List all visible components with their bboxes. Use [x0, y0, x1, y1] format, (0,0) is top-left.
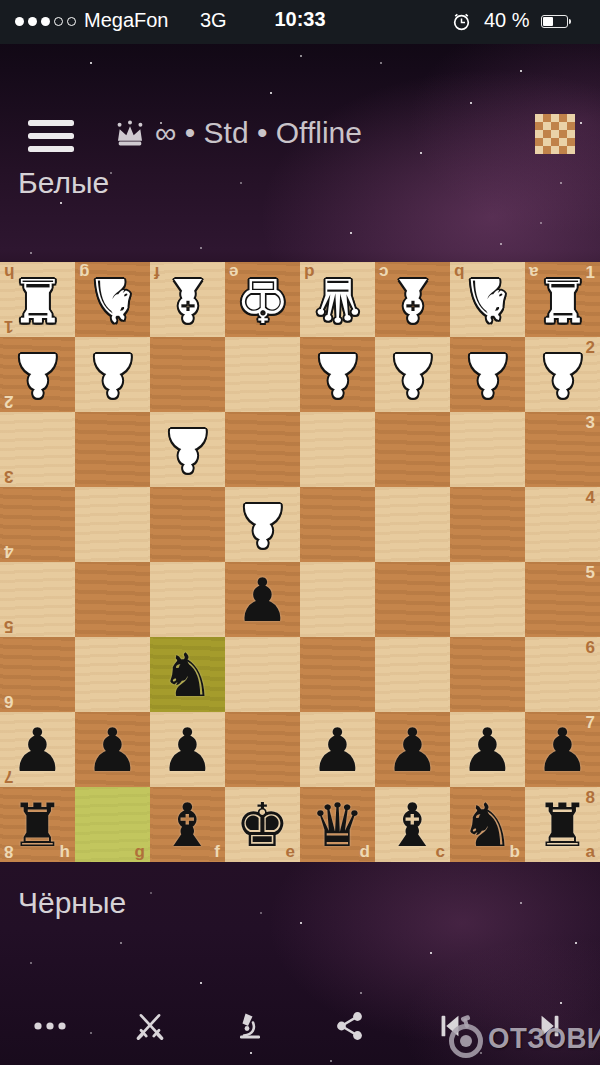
coord-label-h4: 4: [4, 543, 13, 560]
square-d8[interactable]: d♛: [300, 787, 375, 862]
square-f4[interactable]: [150, 487, 225, 562]
square-d6[interactable]: [300, 637, 375, 712]
piece-white-knight[interactable]: ♞: [461, 270, 515, 330]
square-h2[interactable]: 2♟: [0, 337, 75, 412]
square-c6[interactable]: [375, 637, 450, 712]
piece-black-pawn[interactable]: ♟: [536, 720, 590, 780]
square-f1[interactable]: f♝: [150, 262, 225, 337]
piece-white-bishop[interactable]: ♝: [161, 270, 215, 330]
square-g6[interactable]: [75, 637, 150, 712]
square-c5[interactable]: [375, 562, 450, 637]
square-b7[interactable]: ♟: [450, 712, 525, 787]
square-h4[interactable]: 4: [0, 487, 75, 562]
piece-black-rook[interactable]: ♜: [536, 795, 590, 855]
square-d4[interactable]: [300, 487, 375, 562]
square-b6[interactable]: [450, 637, 525, 712]
square-c8[interactable]: c♝: [375, 787, 450, 862]
square-h1[interactable]: h1♜: [0, 262, 75, 337]
square-d7[interactable]: ♟: [300, 712, 375, 787]
coord-label-h7: 7: [4, 768, 13, 785]
square-e4[interactable]: ♟: [225, 487, 300, 562]
coord-label-f8: f: [214, 843, 220, 860]
square-h3[interactable]: 3: [0, 412, 75, 487]
piece-white-pawn[interactable]: ♟: [161, 420, 215, 480]
square-c3[interactable]: [375, 412, 450, 487]
coord-label-h8: h: [60, 843, 70, 860]
coord-label-h8: 8: [4, 843, 13, 860]
square-e7[interactable]: [225, 712, 300, 787]
more-options-button[interactable]: [0, 996, 100, 1056]
piece-black-pawn[interactable]: ♟: [161, 720, 215, 780]
piece-black-bishop[interactable]: ♝: [386, 795, 440, 855]
coord-label-h5: 5: [4, 618, 13, 635]
coord-label-a7: 7: [586, 714, 595, 731]
coord-label-a8: 8: [586, 789, 595, 806]
share-button[interactable]: [300, 996, 400, 1056]
square-h8[interactable]: 8h♜: [0, 787, 75, 862]
square-f5[interactable]: [150, 562, 225, 637]
chess-board[interactable]: h1♜g♞f♝e♚d♛c♝b♞a1♜2♟♟♟♟♟2♟3♟34♟45♟56♞67♟…: [0, 262, 600, 862]
square-c4[interactable]: [375, 487, 450, 562]
piece-black-pawn[interactable]: ♟: [86, 720, 140, 780]
player-bottom-label: Чёрные: [18, 886, 126, 920]
piece-black-pawn[interactable]: ♟: [461, 720, 515, 780]
status-bar: MegaFon 3G 10:33 40 %: [0, 0, 600, 44]
square-a4[interactable]: 4: [525, 487, 600, 562]
coord-label-g8: g: [135, 843, 145, 860]
square-a2[interactable]: 2♟: [525, 337, 600, 412]
piece-white-pawn[interactable]: ♟: [311, 345, 365, 405]
coord-label-a5: 5: [586, 564, 595, 581]
piece-black-king[interactable]: ♚: [236, 795, 290, 855]
square-b5[interactable]: [450, 562, 525, 637]
square-d5[interactable]: [300, 562, 375, 637]
piece-white-pawn[interactable]: ♟: [461, 345, 515, 405]
piece-white-pawn[interactable]: ♟: [236, 495, 290, 555]
square-e2[interactable]: [225, 337, 300, 412]
square-a6[interactable]: 6: [525, 637, 600, 712]
square-e1[interactable]: e♚: [225, 262, 300, 337]
square-d2[interactable]: ♟: [300, 337, 375, 412]
game-mode-label: ∞ • Std • Offline: [155, 116, 362, 150]
piece-white-rook[interactable]: ♜: [11, 270, 65, 330]
coord-label-c8: c: [436, 843, 445, 860]
square-d1[interactable]: d♛: [300, 262, 375, 337]
game-mode-title: ∞ • Std • Offline: [115, 116, 362, 150]
square-a3[interactable]: 3: [525, 412, 600, 487]
square-d3[interactable]: [300, 412, 375, 487]
analysis-microscope-button[interactable]: [200, 996, 300, 1056]
piece-white-bishop[interactable]: ♝: [386, 270, 440, 330]
coord-label-a4: 4: [586, 489, 595, 506]
piece-white-queen[interactable]: ♛: [311, 270, 365, 330]
alarm-clock-icon: [452, 12, 471, 31]
square-h7[interactable]: 7♟: [0, 712, 75, 787]
piece-black-rook[interactable]: ♜: [11, 795, 65, 855]
coord-label-a6: 6: [586, 639, 595, 656]
piece-white-pawn[interactable]: ♟: [11, 345, 65, 405]
square-a8[interactable]: 8a♜: [525, 787, 600, 862]
square-b3[interactable]: [450, 412, 525, 487]
square-g8[interactable]: g: [75, 787, 150, 862]
square-f2[interactable]: [150, 337, 225, 412]
square-a1[interactable]: a1♜: [525, 262, 600, 337]
coord-label-e8: e: [286, 843, 295, 860]
square-g3[interactable]: [75, 412, 150, 487]
square-c7[interactable]: ♟: [375, 712, 450, 787]
piece-white-knight[interactable]: ♞: [86, 270, 140, 330]
square-g2[interactable]: ♟: [75, 337, 150, 412]
checkerboard-icon[interactable]: [535, 114, 575, 154]
square-b1[interactable]: b♞: [450, 262, 525, 337]
square-c2[interactable]: ♟: [375, 337, 450, 412]
square-c1[interactable]: c♝: [375, 262, 450, 337]
piece-white-pawn[interactable]: ♟: [386, 345, 440, 405]
piece-white-pawn[interactable]: ♟: [536, 345, 590, 405]
crown-icon: [115, 120, 145, 147]
square-e6[interactable]: [225, 637, 300, 712]
coord-label-a3: 3: [586, 414, 595, 431]
piece-black-pawn[interactable]: ♟: [11, 720, 65, 780]
square-f3[interactable]: ♟: [150, 412, 225, 487]
square-f8[interactable]: f♝: [150, 787, 225, 862]
nav-bar: ∞ • Std • Offline: [0, 44, 600, 144]
piece-white-king[interactable]: ♚: [236, 270, 290, 330]
square-a5[interactable]: 5: [525, 562, 600, 637]
battery-percent-label: 40 %: [484, 9, 530, 32]
coord-label-h3: 3: [4, 468, 13, 485]
square-g7[interactable]: ♟: [75, 712, 150, 787]
piece-black-pawn[interactable]: ♟: [311, 720, 365, 780]
crossed-swords-button[interactable]: [100, 996, 200, 1056]
player-top-label: Белые: [18, 166, 109, 200]
battery-icon: [541, 15, 568, 28]
coord-label-h6: 6: [4, 693, 13, 710]
square-f6[interactable]: ♞: [150, 637, 225, 712]
square-b2[interactable]: ♟: [450, 337, 525, 412]
piece-black-queen[interactable]: ♛: [311, 795, 365, 855]
hamburger-menu-icon[interactable]: [28, 120, 74, 152]
square-e8[interactable]: e♚: [225, 787, 300, 862]
coord-label-b8: b: [510, 843, 520, 860]
square-f7[interactable]: ♟: [150, 712, 225, 787]
piece-black-pawn[interactable]: ♟: [386, 720, 440, 780]
coord-label-a8: a: [586, 843, 595, 860]
square-g4[interactable]: [75, 487, 150, 562]
bottom-toolbar: [0, 996, 600, 1056]
piece-black-knight[interactable]: ♞: [461, 795, 515, 855]
square-e3[interactable]: [225, 412, 300, 487]
piece-white-rook[interactable]: ♜: [536, 270, 590, 330]
square-a7[interactable]: 7♟: [525, 712, 600, 787]
square-h6[interactable]: 6: [0, 637, 75, 712]
square-e5[interactable]: ♟: [225, 562, 300, 637]
square-g5[interactable]: [75, 562, 150, 637]
square-b8[interactable]: b♞: [450, 787, 525, 862]
piece-black-bishop[interactable]: ♝: [161, 795, 215, 855]
coord-label-f1: f: [154, 264, 160, 281]
skip-to-start-button[interactable]: [400, 996, 500, 1056]
coord-label-d8: d: [360, 843, 370, 860]
app-screen: MegaFon 3G 10:33 40 % ∞ • Std • Offline …: [0, 0, 600, 1065]
square-h5[interactable]: 5: [0, 562, 75, 637]
square-g1[interactable]: g♞: [75, 262, 150, 337]
skip-to-end-button[interactable]: [500, 996, 600, 1056]
square-b4[interactable]: [450, 487, 525, 562]
piece-black-pawn[interactable]: ♟: [236, 570, 290, 630]
piece-black-knight[interactable]: ♞: [161, 645, 215, 705]
piece-white-pawn[interactable]: ♟: [86, 345, 140, 405]
